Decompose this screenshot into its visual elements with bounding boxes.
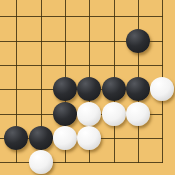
white-stone[interactable]	[29, 150, 53, 174]
black-stone[interactable]	[102, 77, 126, 101]
black-stone[interactable]	[4, 126, 28, 150]
white-stone[interactable]	[150, 77, 174, 101]
black-stone[interactable]	[126, 77, 150, 101]
grid-hline-7	[0, 162, 163, 163]
white-stone[interactable]	[53, 126, 77, 150]
white-stone[interactable]	[77, 126, 101, 150]
black-stone[interactable]	[29, 126, 53, 150]
black-stone[interactable]	[126, 29, 150, 53]
go-board[interactable]	[0, 0, 175, 175]
white-stone[interactable]	[102, 102, 126, 126]
black-stone[interactable]	[77, 77, 101, 101]
white-stone[interactable]	[126, 102, 150, 126]
black-stone[interactable]	[53, 102, 77, 126]
black-stone[interactable]	[53, 77, 77, 101]
white-stone[interactable]	[77, 102, 101, 126]
